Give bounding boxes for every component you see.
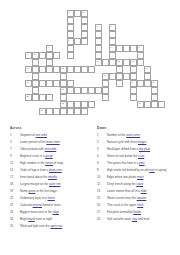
blocked-area — [74, 45, 81, 52]
blocked-area — [46, 101, 53, 108]
crossword-cell[interactable]: 23 — [60, 101, 67, 108]
crossword-cell[interactable]: 19 — [130, 80, 137, 87]
crossword-cell[interactable] — [95, 45, 102, 52]
cell-number: 14 — [26, 67, 28, 69]
crossword-cell[interactable] — [130, 66, 137, 73]
blocked-area — [102, 66, 109, 73]
clue-text: High number in the series of rings — [20, 162, 90, 166]
crossword-cell[interactable] — [116, 66, 123, 73]
cell-number: 7 — [110, 46, 111, 48]
blocked-area — [137, 87, 144, 94]
clue-underlined-word: ridge — [52, 210, 58, 214]
clue-number: 6 — [97, 162, 107, 166]
crossword-cell[interactable] — [123, 45, 130, 52]
blocked-area — [95, 17, 102, 24]
clue-number: 13 — [97, 190, 107, 194]
clue-text: Number of the outer arms — [107, 134, 177, 138]
crossword-cell[interactable] — [81, 38, 88, 45]
crossword-cell[interactable] — [74, 101, 81, 108]
crossword-cell[interactable] — [32, 87, 39, 94]
blocked-area — [116, 52, 123, 59]
crossword-cell[interactable] — [67, 66, 74, 73]
crossword-cell[interactable]: 14 — [25, 66, 32, 73]
crossword-cell[interactable] — [67, 108, 74, 115]
crossword-cell[interactable] — [53, 108, 60, 115]
crossword-cell[interactable] — [95, 38, 102, 45]
crossword-cell[interactable] — [46, 52, 53, 59]
blocked-area — [32, 10, 39, 17]
crossword-cell[interactable]: 13 — [130, 59, 137, 66]
clue-number: 12 — [97, 183, 107, 187]
crossword-cell[interactable] — [123, 59, 130, 66]
blocked-area — [25, 10, 32, 17]
blocked-area — [39, 17, 46, 24]
blocked-area — [137, 10, 144, 17]
blocked-area — [25, 59, 32, 66]
blocked-area — [158, 87, 165, 94]
clue-number: 2 — [97, 141, 107, 145]
clue-underlined-word: clay — [132, 217, 137, 221]
clue-item: 13Loose stones that roll in a slide — [97, 190, 177, 194]
blocked-area — [151, 66, 158, 73]
crossword-cell[interactable] — [130, 94, 137, 101]
crossword-cell[interactable] — [60, 108, 67, 115]
cell-number: 17 — [103, 74, 105, 76]
blocked-area — [95, 94, 102, 101]
blocked-area — [53, 38, 60, 45]
clue-text: Wind and light over the open sea — [20, 225, 90, 229]
clue-item: 10Edge where two plates meet — [97, 176, 177, 180]
cell-number: 12 — [117, 60, 119, 62]
blocked-area — [74, 24, 81, 31]
crossword-cell[interactable]: 22 — [25, 94, 32, 101]
blocked-area — [144, 24, 151, 31]
crossword-cell[interactable] — [74, 38, 81, 45]
down-heading: Down — [97, 127, 177, 130]
crossword-cell[interactable] — [81, 87, 88, 94]
blocked-area — [60, 24, 67, 31]
blocked-area — [130, 10, 137, 17]
cell-number: 20 — [152, 81, 154, 83]
blocked-area — [67, 59, 74, 66]
crossword-cell[interactable] — [144, 101, 151, 108]
blocked-area — [32, 24, 39, 31]
clue-item: 1Segment of one orbit — [10, 134, 90, 138]
crossword-cell[interactable]: 24 — [137, 101, 144, 108]
crossword-cell[interactable]: 11 — [95, 59, 102, 66]
crossword-cell[interactable] — [67, 80, 74, 87]
blocked-area — [95, 10, 102, 17]
crossword-cell[interactable]: 9 — [25, 52, 32, 59]
crossword-worksheet: 1234567891011121314151617181920212223242… — [0, 0, 180, 255]
crossword-cell[interactable] — [116, 45, 123, 52]
crossword-cell[interactable] — [102, 87, 109, 94]
crossword-cell[interactable] — [46, 80, 53, 87]
crossword-cell[interactable]: 18 — [25, 80, 32, 87]
blocked-area — [123, 87, 130, 94]
crossword-cell[interactable] — [67, 31, 74, 38]
crossword-cell[interactable] — [137, 80, 144, 87]
crossword-cell[interactable] — [109, 73, 116, 80]
crossword-cell[interactable] — [130, 73, 137, 80]
crossword-cell[interactable]: 12 — [116, 59, 123, 66]
blocked-area — [53, 31, 60, 38]
clue-item: 1Number of the outer arms — [97, 134, 177, 138]
crossword-cell[interactable] — [46, 94, 53, 101]
clue-underlined-word: meet — [137, 175, 143, 179]
blocked-area — [88, 45, 95, 52]
blocked-area — [158, 66, 165, 73]
blocked-area — [25, 31, 32, 38]
crossword-cell[interactable] — [95, 52, 102, 59]
clue-item: 2Natural cycle with three stages — [97, 141, 177, 145]
crossword-cell[interactable] — [109, 52, 116, 59]
crossword-cell[interactable]: 6 — [46, 45, 53, 52]
blocked-area — [74, 52, 81, 59]
clue-number: 17 — [10, 176, 20, 180]
clue-underlined-word: mantle — [48, 175, 57, 179]
blocked-area — [32, 101, 39, 108]
blocked-area — [53, 24, 60, 31]
crossword-cell[interactable] — [60, 80, 67, 87]
clue-underlined-word: shell — [137, 203, 143, 207]
clue-text: Bright band seen at night — [20, 218, 90, 222]
clue-text: Inner band above the mantle — [20, 176, 90, 180]
crossword-cell[interactable] — [123, 73, 130, 80]
clue-underlined-word: series — [45, 161, 53, 165]
crossword-cell[interactable] — [95, 87, 102, 94]
blocked-area — [123, 80, 130, 87]
blocked-area — [74, 31, 81, 38]
crossword-cell[interactable] — [32, 94, 39, 101]
blocked-area — [53, 17, 60, 24]
cell-number: 10 — [33, 53, 35, 55]
clue-number: 9 — [10, 155, 20, 159]
crossword-cell[interactable] — [109, 59, 116, 66]
crossword-cell[interactable] — [53, 66, 60, 73]
clue-number: 20 — [97, 218, 107, 222]
crossword-cell[interactable] — [116, 80, 123, 87]
blocked-area — [144, 94, 151, 101]
crossword-cell[interactable] — [81, 31, 88, 38]
blocked-area — [116, 87, 123, 94]
blocked-area — [46, 31, 53, 38]
blocked-area — [53, 101, 60, 108]
blocked-area — [88, 10, 95, 17]
crossword-cell[interactable] — [39, 94, 46, 101]
blocked-area — [144, 87, 151, 94]
crossword-cell[interactable] — [81, 66, 88, 73]
blocked-area — [53, 87, 60, 94]
cell-number: 11 — [96, 60, 98, 62]
clue-item: 21Understory layer in a forest — [10, 197, 90, 201]
clue-item: 16Thin crack in the upper shell — [97, 204, 177, 208]
blocked-area — [46, 73, 53, 80]
clue-underlined-word: band — [28, 217, 34, 221]
clue-item: 25Wind and light over the open sea — [10, 225, 90, 229]
cell-number: 4 — [110, 25, 111, 27]
crossword-cell[interactable] — [67, 52, 74, 59]
blocked-area — [88, 52, 95, 59]
blocked-area — [88, 80, 95, 87]
crossword-cell[interactable] — [88, 87, 95, 94]
crossword-cell[interactable]: 1 — [67, 10, 74, 17]
blocked-area — [88, 31, 95, 38]
blocked-area — [95, 101, 102, 108]
crossword-cell[interactable] — [46, 66, 53, 73]
crossword-cell[interactable]: 4 — [109, 24, 116, 31]
clue-text: Soft soil with sand, clay and mud — [107, 218, 177, 222]
clue-underlined-word: main stem — [46, 140, 59, 144]
cell-number: 22 — [26, 95, 28, 97]
clue-text: Coloured mineral found in veins — [20, 204, 90, 208]
blocked-area — [39, 87, 46, 94]
crossword-cell[interactable] — [81, 17, 88, 24]
crossword-cell[interactable] — [102, 59, 109, 66]
clue-number: 17 — [97, 211, 107, 215]
clue-number: 18 — [10, 183, 20, 187]
clue-item: 11High number in the series of rings — [10, 162, 90, 166]
across-list: 1Segment of one orbit5Lower portion of t… — [10, 134, 90, 229]
blocked-area — [158, 17, 165, 24]
blocked-area — [102, 17, 109, 24]
blocked-area — [32, 38, 39, 45]
blocked-area — [88, 59, 95, 66]
blocked-area — [158, 52, 165, 59]
blocked-area — [130, 24, 137, 31]
crossword-cell[interactable] — [151, 94, 158, 101]
crossword-cell[interactable] — [39, 66, 46, 73]
blocked-area — [130, 101, 137, 108]
cell-number: 23 — [61, 102, 63, 104]
clue-number: 23 — [10, 211, 20, 215]
blocked-area — [53, 59, 60, 66]
crossword-cell[interactable] — [67, 87, 74, 94]
blocked-area — [25, 17, 32, 24]
blocked-area — [39, 59, 46, 66]
blocked-area — [137, 73, 144, 80]
crossword-cell[interactable] — [151, 87, 158, 94]
blocked-area — [123, 17, 130, 24]
blocked-area — [102, 24, 109, 31]
clue-item: 14Order of layers from a deep core — [10, 169, 90, 173]
cell-number: 18 — [26, 81, 28, 83]
blocked-area — [151, 17, 158, 24]
clue-item: 9Brightest circle in a group — [10, 155, 90, 159]
crossword-cell[interactable] — [67, 101, 74, 108]
clue-item: 15Warm current near the equator — [97, 197, 177, 201]
blocked-area — [109, 94, 116, 101]
crossword-cell[interactable] — [53, 52, 60, 59]
clue-text: Warm current near the equator — [107, 197, 177, 201]
clue-text: Biggest mass next to the ridge — [20, 211, 90, 215]
blocked-area — [25, 108, 32, 115]
crossword-cell[interactable] — [137, 59, 144, 66]
blocked-area — [116, 38, 123, 45]
cell-number: 24 — [138, 102, 140, 104]
clue-number: 21 — [10, 197, 20, 201]
crossword-cell[interactable]: 25 — [39, 108, 46, 115]
blocked-area — [151, 45, 158, 52]
crossword-cell[interactable] — [32, 73, 39, 80]
crossword-cell[interactable] — [95, 31, 102, 38]
crossword-cell[interactable]: 21 — [60, 87, 67, 94]
blocked-area — [158, 73, 165, 80]
crossword-cell[interactable]: 5 — [67, 38, 74, 45]
crossword-cell[interactable] — [60, 73, 67, 80]
crossword-cell[interactable] — [60, 94, 67, 101]
cell-number: 13 — [131, 60, 133, 62]
clue-underlined-word: river — [149, 168, 155, 172]
crossword-cell[interactable] — [102, 94, 109, 101]
blocked-area — [74, 17, 81, 24]
crossword-cell[interactable] — [88, 101, 95, 108]
blocked-area — [130, 38, 137, 45]
blocked-area — [137, 66, 144, 73]
blocked-area — [137, 38, 144, 45]
blocked-area — [102, 101, 109, 108]
blocked-area — [123, 24, 130, 31]
blocked-area — [144, 31, 151, 38]
crossword-cell[interactable]: 20 — [151, 80, 158, 87]
blocked-area — [25, 73, 32, 80]
crossword-cell[interactable]: 16 — [144, 66, 151, 73]
blocked-area — [144, 10, 151, 17]
clue-number: 11 — [10, 162, 20, 166]
crossword-cell[interactable] — [67, 24, 74, 31]
crossword-cell[interactable] — [39, 80, 46, 87]
blocked-area — [144, 17, 151, 24]
cell-number: 15 — [61, 67, 63, 69]
blocked-area — [53, 45, 60, 52]
blocked-area — [102, 45, 109, 52]
crossword-cell[interactable] — [81, 24, 88, 31]
crossword-cell[interactable] — [109, 38, 116, 45]
crossword-cell[interactable] — [81, 101, 88, 108]
crossword-cell[interactable]: 7 — [109, 45, 116, 52]
crossword-cell[interactable] — [151, 101, 158, 108]
clue-number: 19 — [10, 190, 20, 194]
blocked-area — [158, 31, 165, 38]
crossword-cell[interactable] — [116, 73, 123, 80]
crossword-cell[interactable] — [53, 80, 60, 87]
blocked-area — [25, 24, 32, 31]
crossword-cell[interactable] — [130, 45, 137, 52]
blocked-area — [32, 17, 39, 24]
blocked-area — [151, 59, 158, 66]
blocked-area — [151, 52, 158, 59]
blocked-area — [116, 94, 123, 101]
crossword-cell[interactable] — [158, 101, 165, 108]
blocked-area — [151, 38, 158, 45]
blocked-area — [67, 73, 74, 80]
crossword-cell[interactable] — [46, 59, 53, 66]
crossword-cell[interactable] — [144, 73, 151, 80]
cell-number: 25 — [40, 109, 42, 111]
crossword-cell[interactable] — [39, 52, 46, 59]
clue-item: 20Soft soil with sand, clay and mud — [97, 218, 177, 222]
crossword-cell[interactable]: 8 — [137, 45, 144, 52]
crossword-cell[interactable] — [88, 66, 95, 73]
clue-text: Sheet of rock below the crust — [107, 155, 177, 159]
clue-text: Takes protons with two ends — [20, 148, 90, 152]
cell-number: 16 — [145, 67, 147, 69]
crossword-cell[interactable] — [32, 66, 39, 73]
crossword-cell[interactable]: 15 — [60, 66, 67, 73]
blocked-area — [95, 80, 102, 87]
clue-number: 25 — [10, 225, 20, 229]
down-list: 1Number of the outer arms2Natural cycle … — [97, 134, 177, 222]
clue-underlined-word: group — [45, 154, 52, 158]
crossword-cell[interactable] — [130, 87, 137, 94]
clue-item: 18Largest margin on the outer rim — [10, 183, 90, 187]
crossword-cell[interactable]: 3 — [95, 24, 102, 31]
blocked-area — [81, 59, 88, 66]
crossword-cell[interactable] — [74, 87, 81, 94]
blocked-area — [25, 38, 32, 45]
crossword-cell[interactable]: 10 — [32, 52, 39, 59]
crossword-cell[interactable] — [81, 108, 88, 115]
clue-text: Natural cycle with three stages — [107, 141, 177, 145]
blocked-area — [74, 94, 81, 101]
blocked-area — [158, 80, 165, 87]
blocked-area — [39, 73, 46, 80]
blocked-area — [60, 17, 67, 24]
down-section: Down 1Number of the outer arms2Natural c… — [97, 127, 177, 225]
crossword-cell[interactable] — [32, 80, 39, 87]
crossword-cell[interactable] — [74, 108, 81, 115]
blocked-area — [116, 10, 123, 17]
blocked-area — [151, 31, 158, 38]
crossword-cell[interactable] — [67, 45, 74, 52]
blocked-area — [88, 94, 95, 101]
crossword-cell[interactable] — [109, 31, 116, 38]
crossword-cell[interactable] — [102, 80, 109, 87]
clue-underlined-word: slide — [141, 189, 147, 193]
crossword-cell[interactable]: 2 — [81, 10, 88, 17]
clue-underlined-word: floods — [133, 210, 141, 214]
blocked-area — [81, 45, 88, 52]
blocked-area — [88, 73, 95, 80]
blocked-area — [116, 24, 123, 31]
clue-item: 24Bright band seen at night — [10, 218, 90, 222]
clue-item: 5Lower portion of the main stem — [10, 141, 90, 145]
clue-item: 17Flat plain formed by floods — [97, 211, 177, 215]
blocked-area — [60, 45, 67, 52]
blocked-area — [25, 45, 32, 52]
cell-number: 3 — [96, 25, 97, 27]
clue-text: Flat plain formed by floods — [107, 211, 177, 215]
crossword-cell[interactable] — [46, 108, 53, 115]
blocked-area — [158, 45, 165, 52]
blocked-area — [81, 94, 88, 101]
crossword-cell[interactable] — [67, 17, 74, 24]
clue-underlined-word: stages — [138, 140, 147, 144]
clue-item: 8High marks left behind by an old river … — [97, 169, 177, 173]
crossword-cell[interactable] — [144, 80, 151, 87]
clue-underlined-word: deep core — [49, 168, 62, 172]
crossword-cell[interactable] — [74, 10, 81, 17]
blocked-area — [137, 17, 144, 24]
crossword-cell[interactable] — [74, 66, 81, 73]
blocked-area — [39, 31, 46, 38]
crossword-cell[interactable]: 17 — [102, 73, 109, 80]
crossword-cell[interactable] — [32, 59, 39, 66]
clue-number: 4 — [97, 155, 107, 159]
blocked-area — [130, 31, 137, 38]
crossword-cell[interactable] — [137, 52, 144, 59]
cell-number: 19 — [131, 81, 133, 83]
